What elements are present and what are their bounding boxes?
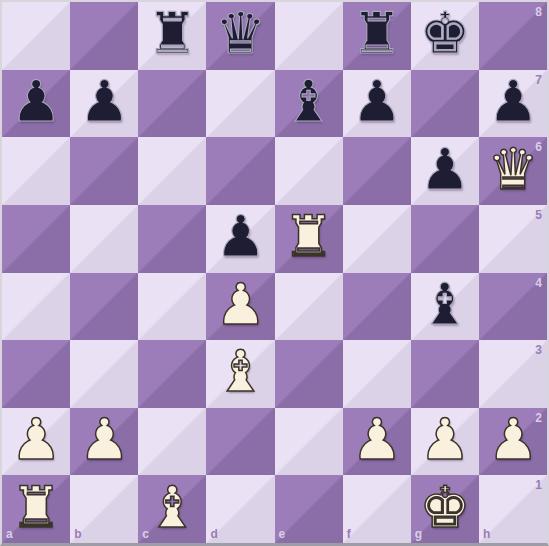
square-c1[interactable]: c♝ [138,475,206,543]
square-c7[interactable] [138,70,206,138]
square-a8[interactable] [2,2,70,70]
square-b5[interactable] [70,205,138,273]
black-pawn-a7[interactable]: ♟ [11,73,62,130]
white-bishop-c1[interactable]: ♝ [147,479,198,536]
square-c5[interactable] [138,205,206,273]
black-pawn-d5[interactable]: ♟ [215,208,266,265]
black-pawn-f7[interactable]: ♟ [351,73,402,130]
square-b8[interactable] [70,2,138,70]
square-d7[interactable] [206,70,274,138]
square-b1[interactable]: b [70,475,138,543]
rank-label-8: 8 [535,6,542,18]
square-d4[interactable]: ♟ [206,273,274,341]
square-c4[interactable] [138,273,206,341]
square-a5[interactable] [2,205,70,273]
black-king-g8[interactable]: ♚ [419,5,470,62]
square-f8[interactable]: ♜ [343,2,411,70]
black-bishop-g4[interactable]: ♝ [419,276,470,333]
file-label-h: h [483,528,490,540]
white-pawn-g2[interactable]: ♟ [419,411,470,468]
white-pawn-b2[interactable]: ♟ [79,411,130,468]
rank-label-1: 1 [535,479,542,491]
square-a1[interactable]: a♜ [2,475,70,543]
square-h2[interactable]: 2♟ [479,408,547,476]
square-g3[interactable] [411,340,479,408]
square-c3[interactable] [138,340,206,408]
square-g2[interactable]: ♟ [411,408,479,476]
square-e8[interactable] [275,2,343,70]
square-f7[interactable]: ♟ [343,70,411,138]
square-d2[interactable] [206,408,274,476]
square-d3[interactable]: ♝ [206,340,274,408]
white-queen-h6[interactable]: ♛ [487,141,538,198]
file-label-b: b [74,528,81,540]
square-c6[interactable] [138,137,206,205]
square-h1[interactable]: 1h [479,475,547,543]
white-king-g1[interactable]: ♚ [419,479,470,536]
square-f5[interactable] [343,205,411,273]
square-d8[interactable]: ♛ [206,2,274,70]
square-f6[interactable] [343,137,411,205]
white-pawn-d4[interactable]: ♟ [215,276,266,333]
rank-label-4: 4 [535,277,542,289]
rank-label-3: 3 [535,344,542,356]
square-d5[interactable]: ♟ [206,205,274,273]
square-e1[interactable]: e [275,475,343,543]
square-e3[interactable] [275,340,343,408]
square-e7[interactable]: ♝ [275,70,343,138]
square-h5[interactable]: 5 [479,205,547,273]
white-pawn-h2[interactable]: ♟ [487,411,538,468]
black-pawn-b7[interactable]: ♟ [79,73,130,130]
square-g7[interactable] [411,70,479,138]
square-a2[interactable]: ♟ [2,408,70,476]
square-f1[interactable]: f [343,475,411,543]
square-h4[interactable]: 4 [479,273,547,341]
chess-board: ♜♛♜♚8♟♟♝♟7♟♟6♛♟♜5♟♝4♝3♟♟♟♟2♟a♜bc♝defg♚1h [2,2,547,543]
square-d6[interactable] [206,137,274,205]
square-h7[interactable]: 7♟ [479,70,547,138]
chess-board-frame: ♜♛♜♚8♟♟♝♟7♟♟6♛♟♜5♟♝4♝3♟♟♟♟2♟a♜bc♝defg♚1h [0,0,549,546]
file-label-d: d [210,528,217,540]
square-b6[interactable] [70,137,138,205]
square-a3[interactable] [2,340,70,408]
black-pawn-h7[interactable]: ♟ [487,73,538,130]
square-a6[interactable] [2,137,70,205]
rank-label-5: 5 [535,209,542,221]
square-a7[interactable]: ♟ [2,70,70,138]
white-rook-e5[interactable]: ♜ [283,208,334,265]
black-queen-d8[interactable]: ♛ [215,5,266,62]
white-rook-a1[interactable]: ♜ [11,479,62,536]
square-g5[interactable] [411,205,479,273]
white-bishop-d3[interactable]: ♝ [215,343,266,400]
black-bishop-e7[interactable]: ♝ [283,73,334,130]
square-g8[interactable]: ♚ [411,2,479,70]
square-e5[interactable]: ♜ [275,205,343,273]
square-e2[interactable] [275,408,343,476]
square-h6[interactable]: 6♛ [479,137,547,205]
square-a4[interactable] [2,273,70,341]
square-g1[interactable]: g♚ [411,475,479,543]
square-c2[interactable] [138,408,206,476]
square-e6[interactable] [275,137,343,205]
square-h8[interactable]: 8 [479,2,547,70]
file-label-f: f [347,528,351,540]
square-f2[interactable]: ♟ [343,408,411,476]
square-h3[interactable]: 3 [479,340,547,408]
black-rook-f8[interactable]: ♜ [351,5,402,62]
square-c8[interactable]: ♜ [138,2,206,70]
square-f4[interactable] [343,273,411,341]
square-g4[interactable]: ♝ [411,273,479,341]
black-pawn-g6[interactable]: ♟ [419,141,470,198]
white-pawn-f2[interactable]: ♟ [351,411,402,468]
square-b7[interactable]: ♟ [70,70,138,138]
square-g6[interactable]: ♟ [411,137,479,205]
square-d1[interactable]: d [206,475,274,543]
black-rook-c8[interactable]: ♜ [147,5,198,62]
square-e4[interactable] [275,273,343,341]
square-b2[interactable]: ♟ [70,408,138,476]
square-b3[interactable] [70,340,138,408]
square-b4[interactable] [70,273,138,341]
square-f3[interactable] [343,340,411,408]
white-pawn-a2[interactable]: ♟ [11,411,62,468]
file-label-e: e [279,528,286,540]
